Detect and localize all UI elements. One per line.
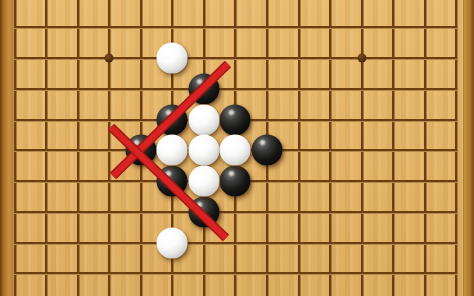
stone-highlight: [258, 139, 267, 147]
grid-line-horizontal: [14, 57, 458, 60]
white-stone: [157, 227, 188, 258]
grid-line-vertical: [361, 0, 364, 296]
stone-highlight: [227, 170, 236, 178]
white-stone: [157, 135, 188, 166]
stone-highlight: [195, 77, 204, 85]
board-right-edge: [463, 0, 474, 296]
grid-line-horizontal: [14, 26, 458, 29]
white-stone: [220, 135, 251, 166]
grid-line-vertical: [329, 0, 332, 296]
white-stone: [157, 43, 188, 74]
stone-highlight: [164, 170, 173, 178]
white-stone: [188, 135, 219, 166]
black-stone: [188, 73, 219, 104]
stone-highlight: [164, 108, 173, 116]
grid-line-vertical: [455, 0, 458, 296]
black-stone: [220, 104, 251, 135]
black-stone: [220, 166, 251, 197]
stone-highlight: [227, 108, 236, 116]
white-stone: [188, 104, 219, 135]
white-stone: [188, 166, 219, 197]
grid-line-vertical: [298, 0, 301, 296]
grid-line-vertical: [392, 0, 395, 296]
grid-line-vertical: [77, 0, 80, 296]
grid-line-horizontal: [14, 88, 458, 91]
grid-line-horizontal: [14, 272, 458, 275]
board-left-edge: [0, 0, 14, 296]
grid-line-horizontal: [14, 211, 458, 214]
black-stone: [157, 104, 188, 135]
grid-line-vertical: [45, 0, 48, 296]
stone-highlight: [195, 200, 204, 208]
black-stone: [125, 135, 156, 166]
grid-line-vertical: [424, 0, 427, 296]
star-point: [357, 54, 366, 63]
grid-line-vertical: [108, 0, 111, 296]
black-stone: [252, 135, 283, 166]
star-point: [105, 54, 114, 63]
gomoku-board[interactable]: [0, 0, 474, 296]
black-stone: [157, 166, 188, 197]
grid-line-horizontal: [14, 242, 458, 245]
stone-highlight: [132, 139, 141, 147]
black-stone: [188, 196, 219, 227]
